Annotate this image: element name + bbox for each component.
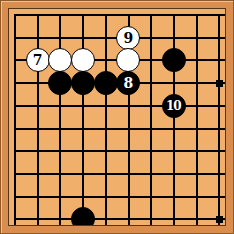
stone-black: [162, 48, 186, 72]
board-frame: 79810: [0, 0, 234, 234]
stone-white: [116, 48, 140, 72]
intersection-grid: 79810: [8, 8, 226, 226]
stone-white-9: 9: [116, 26, 140, 50]
stone-black-10: 10: [162, 94, 186, 118]
stone-black-8: 8: [116, 71, 140, 95]
stone-black: [71, 71, 95, 95]
stone-black: [71, 207, 95, 226]
stone-white: [48, 48, 72, 72]
hoshi-star-point: [216, 80, 223, 87]
go-board: 79810: [8, 8, 226, 226]
stone-black: [94, 71, 118, 95]
stone-black: [48, 71, 72, 95]
hoshi-star-point: [216, 216, 223, 223]
stone-white-7: 7: [26, 48, 50, 72]
stone-white: [71, 48, 95, 72]
